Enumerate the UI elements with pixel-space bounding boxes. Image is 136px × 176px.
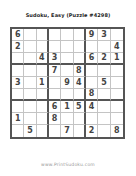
sudoku-cell-r5c8: 5 [98, 77, 110, 89]
sudoku-cell-r2c4 [49, 41, 61, 53]
sudoku-cell-r6c8 [98, 89, 110, 101]
sudoku-cell-r3c1 [12, 53, 24, 65]
sudoku-cell-r9c3 [37, 125, 49, 137]
sudoku-cell-r5c4 [49, 77, 61, 89]
sudoku-cell-r4c5 [61, 65, 73, 77]
sudoku-cell-r1c7: 9 [86, 29, 98, 41]
sudoku-cell-r1c8: 3 [98, 29, 110, 41]
sudoku-cell-r9c7: 2 [86, 125, 98, 137]
sudoku-cell-r2c2 [24, 41, 36, 53]
sudoku-cell-r4c7 [86, 65, 98, 77]
sudoku-board: 6932443621783194586154185728 [10, 27, 125, 139]
sudoku-cell-r7c6: 5 [74, 101, 86, 113]
sudoku-cell-r4c1 [12, 65, 24, 77]
sudoku-cell-r6c5 [61, 89, 73, 101]
sudoku-cell-r7c8 [98, 101, 110, 113]
sudoku-cell-r3c5 [61, 53, 73, 65]
sudoku-cell-r8c6 [74, 113, 86, 125]
sudoku-cell-r9c6 [74, 125, 86, 137]
sudoku-cell-r7c5: 1 [61, 101, 73, 113]
sudoku-cell-r3c7: 6 [86, 53, 98, 65]
sudoku-cell-r4c6: 8 [74, 65, 86, 77]
sudoku-cell-r6c6 [74, 89, 86, 101]
sudoku-cell-r7c4: 6 [49, 101, 61, 113]
sudoku-cell-r2c5 [61, 41, 73, 53]
sudoku-cell-r6c7: 8 [86, 89, 98, 101]
sudoku-cell-r3c6 [74, 53, 86, 65]
sudoku-cell-r9c9: 8 [111, 125, 123, 137]
sudoku-cell-r2c3 [37, 41, 49, 53]
sudoku-cell-r5c3: 1 [37, 77, 49, 89]
sudoku-cell-r3c3: 4 [37, 53, 49, 65]
page-title: Sudoku, Easy (Puzzle #4298) [0, 12, 136, 18]
sudoku-cell-r8c1: 1 [12, 113, 24, 125]
sudoku-cell-r8c9 [111, 113, 123, 125]
sudoku-cell-r8c5 [61, 113, 73, 125]
sudoku-cell-r6c9 [111, 89, 123, 101]
sudoku-cell-r8c4: 8 [49, 113, 61, 125]
sudoku-cell-r3c9: 1 [111, 53, 123, 65]
sudoku-cell-r1c5 [61, 29, 73, 41]
sudoku-cell-r4c2 [24, 65, 36, 77]
sudoku-cell-r8c3 [37, 113, 49, 125]
sudoku-cell-r9c1 [12, 125, 24, 137]
sudoku-cell-r6c4 [49, 89, 61, 101]
sudoku-cell-r1c9 [111, 29, 123, 41]
sudoku-cell-r3c2 [24, 53, 36, 65]
sudoku-cell-r6c2 [24, 89, 36, 101]
sudoku-cell-r2c6 [74, 41, 86, 53]
sudoku-cell-r5c2 [24, 77, 36, 89]
sudoku-cell-r8c2 [24, 113, 36, 125]
sudoku-cell-r1c6 [74, 29, 86, 41]
sudoku-cell-r5c5: 9 [61, 77, 73, 89]
sudoku-cell-r2c8 [98, 41, 110, 53]
sudoku-cell-r2c1: 2 [12, 41, 24, 53]
sudoku-cell-r7c1 [12, 101, 24, 113]
sudoku-cell-r1c1: 6 [12, 29, 24, 41]
sudoku-cell-r9c2: 5 [24, 125, 36, 137]
sudoku-cell-r7c2 [24, 101, 36, 113]
sudoku-cell-r6c1 [12, 89, 24, 101]
sudoku-cell-r4c3 [37, 65, 49, 77]
sudoku-cell-r5c6: 4 [74, 77, 86, 89]
sudoku-cell-r8c7 [86, 113, 98, 125]
sudoku-cell-r1c3 [37, 29, 49, 41]
footer-url: www.PrintSudoku.com [0, 162, 136, 167]
sudoku-cell-r3c4: 3 [49, 53, 61, 65]
sudoku-cell-r8c8 [98, 113, 110, 125]
sudoku-cell-r5c7 [86, 77, 98, 89]
sudoku-cell-r7c3 [37, 101, 49, 113]
sudoku-cell-r2c9: 4 [111, 41, 123, 53]
sudoku-cell-r5c9 [111, 77, 123, 89]
sudoku-cell-r7c7: 4 [86, 101, 98, 113]
sudoku-cell-r9c5: 7 [61, 125, 73, 137]
sudoku-cell-r1c4 [49, 29, 61, 41]
sudoku-cell-r4c8 [98, 65, 110, 77]
sudoku-cell-r4c9 [111, 65, 123, 77]
sudoku-cell-r2c7 [86, 41, 98, 53]
sudoku-cell-r1c2 [24, 29, 36, 41]
sudoku-cell-r4c4: 7 [49, 65, 61, 77]
sudoku-cell-r9c8 [98, 125, 110, 137]
sudoku-cell-r9c4 [49, 125, 61, 137]
sudoku-cell-r3c8: 2 [98, 53, 110, 65]
sudoku-cell-r6c3 [37, 89, 49, 101]
sudoku-cell-r5c1: 3 [12, 77, 24, 89]
sudoku-cell-r7c9 [111, 101, 123, 113]
